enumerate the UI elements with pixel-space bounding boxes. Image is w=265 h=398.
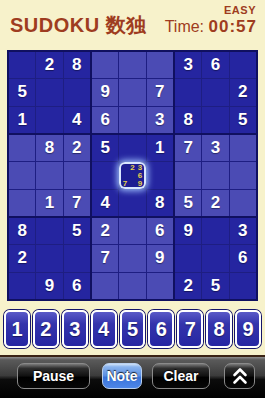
cell-r8c6[interactable]: 9	[147, 245, 173, 271]
numpad-button-1[interactable]: 1	[4, 310, 30, 348]
cell-r5c5[interactable]: 23679	[119, 162, 145, 188]
clear-button[interactable]: Clear	[152, 363, 210, 389]
cell-r8c8[interactable]	[202, 245, 228, 271]
cell-r5c3[interactable]	[64, 162, 90, 188]
cell-r2c9[interactable]: 2	[230, 79, 256, 105]
cell-r1c4[interactable]	[92, 52, 118, 78]
cell-r2c3[interactable]	[64, 79, 90, 105]
cell-r8c5[interactable]	[119, 245, 145, 271]
cell-r6c3[interactable]: 7	[64, 190, 90, 216]
cell-r1c6[interactable]	[147, 52, 173, 78]
box-6: 7352	[175, 135, 256, 216]
cell-r8c9[interactable]: 6	[230, 245, 256, 271]
cell-r9c4[interactable]	[92, 273, 118, 299]
cell-r5c1[interactable]	[9, 162, 35, 188]
note-9: 9	[136, 180, 143, 188]
box-3: 36285	[175, 52, 256, 133]
cell-r2c7[interactable]	[175, 79, 201, 105]
cell-r5c4[interactable]	[92, 162, 118, 188]
cell-r7c8[interactable]	[202, 218, 228, 244]
cell-r5c9[interactable]	[230, 162, 256, 188]
numpad-button-9[interactable]: 9	[235, 310, 261, 348]
cell-r9c1[interactable]	[9, 273, 35, 299]
cell-r3c6[interactable]: 3	[147, 107, 173, 133]
cell-r1c8[interactable]: 6	[202, 52, 228, 78]
pencil-notes: 23679	[121, 164, 143, 186]
cell-r6c1[interactable]	[9, 190, 35, 216]
pause-button[interactable]: Pause	[17, 363, 90, 389]
numpad-button-2[interactable]: 2	[33, 310, 59, 348]
cell-r1c1[interactable]	[9, 52, 35, 78]
cell-r6c4[interactable]: 4	[92, 190, 118, 216]
cell-r4c5[interactable]	[119, 135, 145, 161]
box-1: 28514	[9, 52, 90, 133]
chevron-double-up-icon	[232, 367, 248, 385]
cell-r8c4[interactable]: 7	[92, 245, 118, 271]
cell-r3c1[interactable]: 1	[9, 107, 35, 133]
difficulty-badge: EASY	[224, 4, 256, 16]
cell-r3c4[interactable]: 6	[92, 107, 118, 133]
cell-r2c6[interactable]: 7	[147, 79, 173, 105]
cell-r9c7[interactable]: 2	[175, 273, 201, 299]
cell-r3c7[interactable]: 8	[175, 107, 201, 133]
cell-r7c6[interactable]: 6	[147, 218, 173, 244]
box-2: 9763	[92, 52, 173, 133]
cell-r6c7[interactable]: 5	[175, 190, 201, 216]
time-label: Time:	[165, 18, 204, 35]
cell-r8c2[interactable]	[36, 245, 62, 271]
cell-r9c3[interactable]: 6	[64, 273, 90, 299]
cell-r4c3[interactable]: 2	[64, 135, 90, 161]
timer: Time: 00:57	[165, 17, 257, 37]
app-title: SUDOKU 数独	[10, 12, 147, 39]
cell-r5c2[interactable]	[36, 162, 62, 188]
box-7: 85296	[9, 218, 90, 299]
cell-r7c3[interactable]: 5	[64, 218, 90, 244]
cell-r3c3[interactable]: 4	[64, 107, 90, 133]
cell-r4c4[interactable]: 5	[92, 135, 118, 161]
cell-r8c1[interactable]: 2	[9, 245, 35, 271]
cell-r7c2[interactable]	[36, 218, 62, 244]
cell-r2c5[interactable]	[119, 79, 145, 105]
cell-r4c8[interactable]: 3	[202, 135, 228, 161]
note-8	[129, 180, 136, 188]
cell-r4c6[interactable]: 1	[147, 135, 173, 161]
numpad-button-4[interactable]: 4	[91, 310, 117, 348]
box-5: 512367948	[92, 135, 173, 216]
numpad-button-5[interactable]: 5	[120, 310, 146, 348]
note-button[interactable]: Note	[102, 363, 142, 389]
note-1	[121, 164, 128, 172]
numpad-button-3[interactable]: 3	[62, 310, 88, 348]
cell-r1c2[interactable]: 2	[36, 52, 62, 78]
cell-r5c8[interactable]	[202, 162, 228, 188]
cell-r3c8[interactable]	[202, 107, 228, 133]
cell-r1c9[interactable]	[230, 52, 256, 78]
cell-r8c3[interactable]	[64, 245, 90, 271]
cell-r7c7[interactable]: 9	[175, 218, 201, 244]
cell-r1c3[interactable]: 8	[64, 52, 90, 78]
numpad-button-7[interactable]: 7	[177, 310, 203, 348]
cell-r9c9[interactable]	[230, 273, 256, 299]
cell-r1c7[interactable]: 3	[175, 52, 201, 78]
cell-r8c7[interactable]	[175, 245, 201, 271]
cell-r5c7[interactable]	[175, 162, 201, 188]
time-value: 00:57	[209, 17, 257, 36]
cell-r9c8[interactable]: 5	[202, 273, 228, 299]
box-9: 93625	[175, 218, 256, 299]
cell-r4c7[interactable]: 7	[175, 135, 201, 161]
cell-r7c4[interactable]: 2	[92, 218, 118, 244]
cell-r5c6[interactable]	[147, 162, 173, 188]
box-4: 8217	[9, 135, 90, 216]
number-pad: 123456789	[4, 310, 261, 348]
note-2: 2	[129, 164, 136, 172]
cell-r2c2[interactable]	[36, 79, 62, 105]
sudoku-board: 2851497633628582175123679487352852962679…	[7, 50, 258, 301]
cell-r7c1[interactable]: 8	[9, 218, 35, 244]
cell-r9c5[interactable]	[119, 273, 145, 299]
cell-r9c2[interactable]: 9	[36, 273, 62, 299]
cell-r4c1[interactable]	[9, 135, 35, 161]
cell-r4c2[interactable]: 8	[36, 135, 62, 161]
cell-r3c9[interactable]: 5	[230, 107, 256, 133]
bottom-toolbar: Pause Note Clear	[0, 355, 265, 398]
cell-r3c5[interactable]	[119, 107, 145, 133]
cell-r7c5[interactable]	[119, 218, 145, 244]
cell-r2c4[interactable]: 9	[92, 79, 118, 105]
cell-r6c6[interactable]: 8	[147, 190, 173, 216]
numpad-button-6[interactable]: 6	[148, 310, 174, 348]
cell-r9c6[interactable]	[147, 273, 173, 299]
header: SUDOKU 数独 EASY Time: 00:57	[0, 0, 265, 50]
cell-r4c9[interactable]	[230, 135, 256, 161]
cell-r6c5[interactable]	[119, 190, 145, 216]
cell-r2c1[interactable]: 5	[9, 79, 35, 105]
cell-r7c9[interactable]: 3	[230, 218, 256, 244]
box-8: 2679	[92, 218, 173, 299]
cell-r6c2[interactable]: 1	[36, 190, 62, 216]
note-5	[129, 172, 136, 180]
cell-r6c9[interactable]	[230, 190, 256, 216]
numpad-button-8[interactable]: 8	[206, 310, 232, 348]
cell-r1c5[interactable]	[119, 52, 145, 78]
cell-r3c2[interactable]	[36, 107, 62, 133]
cell-r2c8[interactable]	[202, 79, 228, 105]
collapse-keypad-button[interactable]	[224, 363, 255, 389]
note-7: 7	[121, 180, 128, 188]
cell-r6c8[interactable]: 2	[202, 190, 228, 216]
